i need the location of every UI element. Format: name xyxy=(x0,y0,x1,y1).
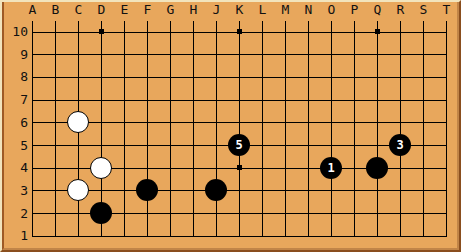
star-point-D10 xyxy=(99,29,104,34)
column-label-L: L xyxy=(259,3,267,17)
move-number-label-5: 5 xyxy=(235,139,242,151)
column-label-N: N xyxy=(305,3,313,17)
column-label-F: F xyxy=(144,3,152,17)
column-label-T: T xyxy=(443,3,451,17)
star-point-K4 xyxy=(237,165,242,170)
black-stone-K5[interactable]: 5 xyxy=(228,134,250,156)
move-number-label-1: 1 xyxy=(327,162,334,174)
black-stone-Q4[interactable] xyxy=(366,157,388,179)
column-label-A: A xyxy=(29,3,37,17)
board-frame: ABCDEFGHJKLMNOPQRST10987654321513 xyxy=(0,0,461,252)
white-stone-C6[interactable] xyxy=(67,111,89,133)
board-frame-inner: ABCDEFGHJKLMNOPQRST10987654321513 xyxy=(2,2,459,250)
move-number-label-3: 3 xyxy=(396,139,403,151)
column-label-O: O xyxy=(328,3,336,17)
column-label-G: G xyxy=(167,3,175,17)
white-stone-D4[interactable] xyxy=(90,157,112,179)
star-point-Q10 xyxy=(375,29,380,34)
column-label-R: R xyxy=(397,3,405,17)
column-label-D: D xyxy=(98,3,106,17)
column-label-E: E xyxy=(121,3,129,17)
column-label-Q: Q xyxy=(374,3,382,17)
black-stone-F3[interactable] xyxy=(136,179,158,201)
column-label-C: C xyxy=(75,3,83,17)
column-label-P: P xyxy=(351,3,359,17)
column-label-K: K xyxy=(236,3,244,17)
black-stone-R5[interactable]: 3 xyxy=(389,134,411,156)
black-stone-D2[interactable] xyxy=(90,202,112,224)
column-label-H: H xyxy=(190,3,198,17)
column-label-B: B xyxy=(52,3,60,17)
go-board-surface[interactable]: ABCDEFGHJKLMNOPQRST10987654321513 xyxy=(4,2,457,248)
black-stone-J3[interactable] xyxy=(205,179,227,201)
star-point-K10 xyxy=(237,29,242,34)
black-stone-O4[interactable]: 1 xyxy=(320,157,342,179)
white-stone-C3[interactable] xyxy=(67,179,89,201)
column-label-J: J xyxy=(213,3,221,17)
intersections-grid: 513 xyxy=(21,20,458,247)
column-label-M: M xyxy=(282,3,290,17)
column-label-S: S xyxy=(420,3,428,17)
